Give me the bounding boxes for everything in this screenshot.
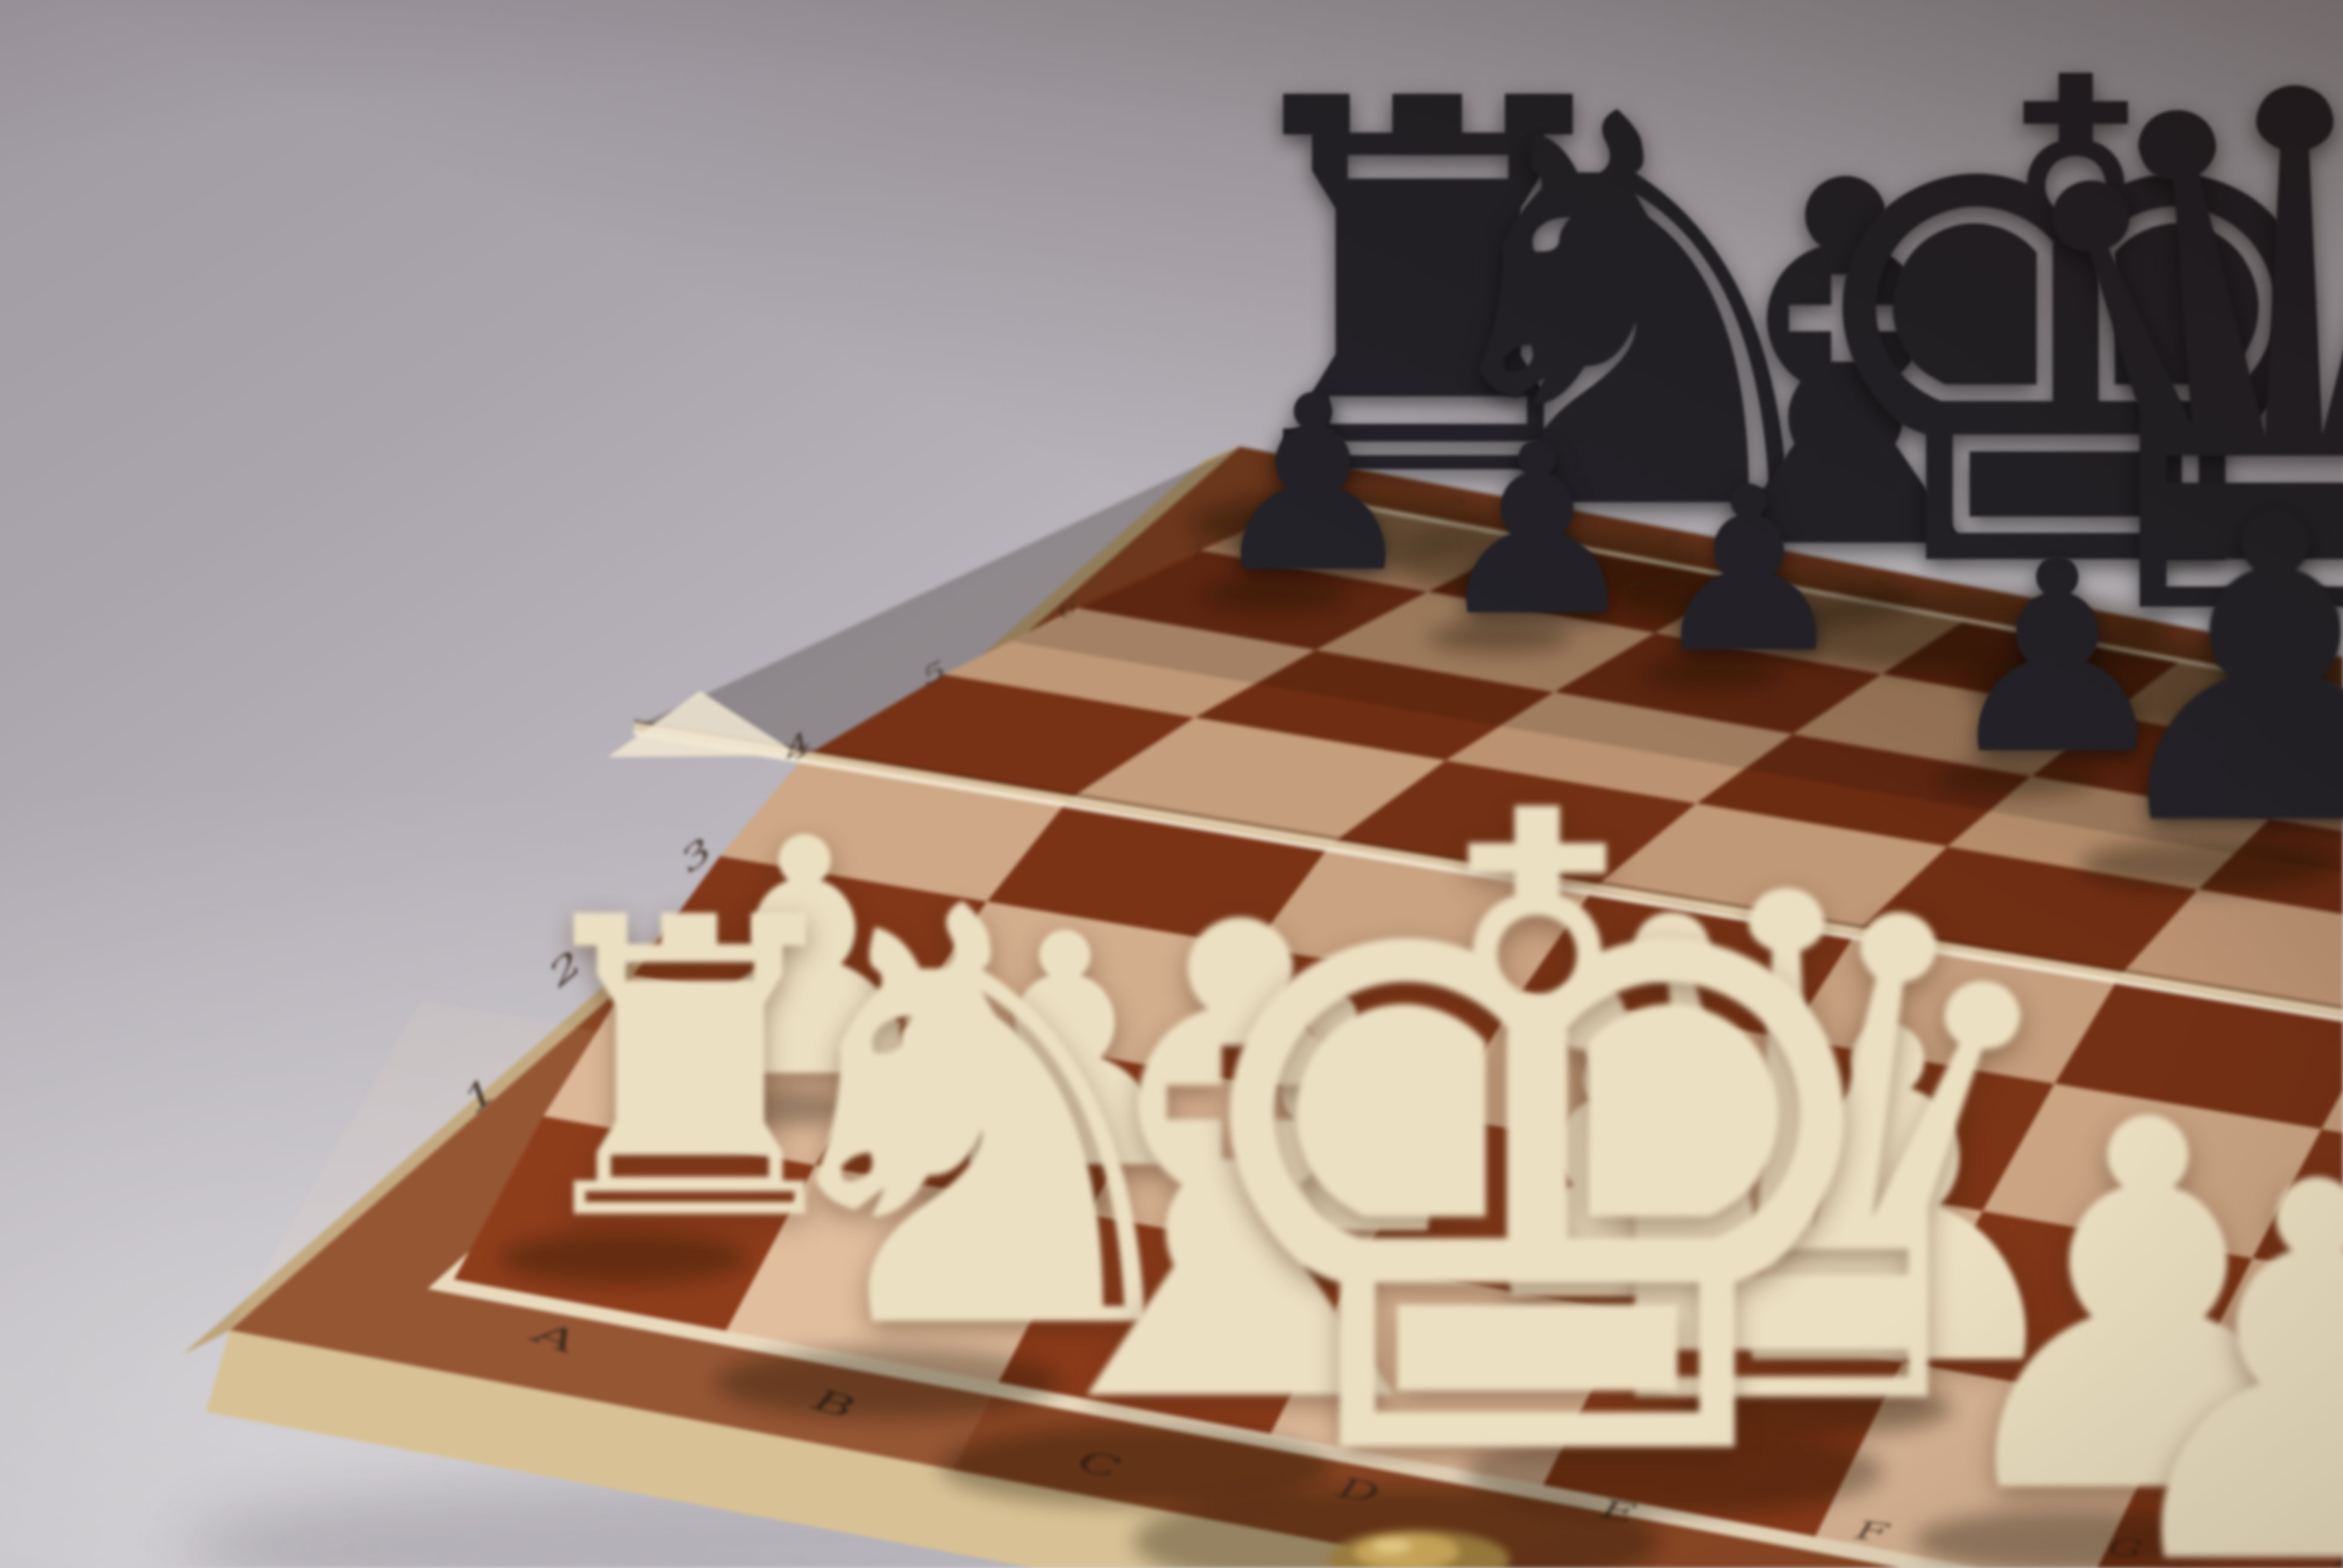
piece-black-pawn-a7: ♟ — [1205, 364, 1422, 606]
piece-black-pawn-e7: ♟ — [2085, 460, 2343, 884]
piece-white-pawn-g2: ♟ — [2085, 1117, 2343, 1568]
piece-black-pawn-b7: ♟ — [1431, 413, 1643, 648]
photo-scene: ABCDEFGHABCDEFGH12345678 ♜♞♟♝♚♟♟♛♟♟♟♟♜♟♟… — [0, 0, 2343, 1568]
piece-white-king-d1: ♚ — [1144, 704, 1930, 1568]
pieces-layer: ♜♞♟♝♚♟♟♛♟♟♟♟♜♟♟♞♟♝♛♟♚♟ — [0, 0, 2343, 1568]
